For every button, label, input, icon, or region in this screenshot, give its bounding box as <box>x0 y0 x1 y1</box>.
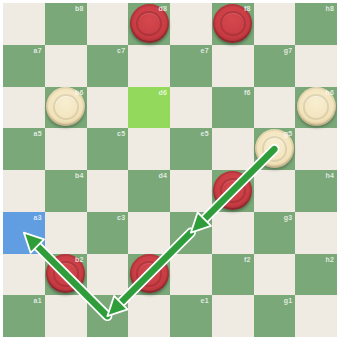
square-e4[interactable] <box>170 170 212 212</box>
square-d8[interactable]: d8 <box>128 3 170 45</box>
square-c4[interactable] <box>87 170 129 212</box>
square-f8[interactable]: f8 <box>212 3 254 45</box>
square-e3[interactable]: e3 <box>170 212 212 254</box>
square-d4[interactable]: d4 <box>128 170 170 212</box>
square-a5[interactable]: a5 <box>3 128 45 170</box>
square-b3[interactable] <box>45 212 87 254</box>
square-e7[interactable]: e7 <box>170 45 212 87</box>
square-a7[interactable]: a7 <box>3 45 45 87</box>
square-coordinate-label: e3 <box>201 214 209 221</box>
square-c3[interactable]: c3 <box>87 212 129 254</box>
square-f6[interactable]: f6 <box>212 87 254 129</box>
square-d3[interactable] <box>128 212 170 254</box>
square-e5[interactable]: e5 <box>170 128 212 170</box>
square-c1[interactable]: c1 <box>87 295 129 337</box>
square-g1[interactable]: g1 <box>254 295 296 337</box>
square-coordinate-label: f2 <box>244 256 251 263</box>
square-g4[interactable] <box>254 170 296 212</box>
square-coordinate-label: d6 <box>158 89 167 96</box>
red-checker-b2[interactable] <box>46 254 85 293</box>
checkers-board: b8d8f8h8a7c7e7g7b6d6f6h6a5c5e5g5b4d4f4h4… <box>3 3 337 337</box>
square-coordinate-label: e5 <box>201 130 209 137</box>
square-h3[interactable] <box>295 212 337 254</box>
square-coordinate-label: a7 <box>34 47 42 54</box>
square-h2[interactable]: h2 <box>295 254 337 296</box>
square-h5[interactable] <box>295 128 337 170</box>
square-c5[interactable]: c5 <box>87 128 129 170</box>
square-coordinate-label: b8 <box>75 5 84 12</box>
white-checker-h6[interactable] <box>297 87 336 126</box>
square-f1[interactable] <box>212 295 254 337</box>
square-e8[interactable] <box>170 3 212 45</box>
square-coordinate-label: h4 <box>325 172 334 179</box>
square-a6[interactable] <box>3 87 45 129</box>
square-b4[interactable]: b4 <box>45 170 87 212</box>
square-coordinate-label: g7 <box>284 47 293 54</box>
square-b7[interactable] <box>45 45 87 87</box>
square-coordinate-label: h2 <box>325 256 334 263</box>
square-a3[interactable]: a3 <box>3 212 45 254</box>
white-checker-g5[interactable] <box>255 129 294 168</box>
square-d1[interactable] <box>128 295 170 337</box>
square-e1[interactable]: e1 <box>170 295 212 337</box>
square-coordinate-label: c5 <box>117 130 125 137</box>
square-e6[interactable] <box>170 87 212 129</box>
square-g5[interactable]: g5 <box>254 128 296 170</box>
square-g7[interactable]: g7 <box>254 45 296 87</box>
square-f7[interactable] <box>212 45 254 87</box>
red-checker-f4[interactable] <box>213 171 252 210</box>
square-h8[interactable]: h8 <box>295 3 337 45</box>
square-g2[interactable] <box>254 254 296 296</box>
square-b2[interactable]: b2 <box>45 254 87 296</box>
red-checker-d8[interactable] <box>130 4 169 43</box>
board-frame: b8d8f8h8a7c7e7g7b6d6f6h6a5c5e5g5b4d4f4h4… <box>0 0 341 341</box>
square-g8[interactable] <box>254 3 296 45</box>
square-h6[interactable]: h6 <box>295 87 337 129</box>
square-b1[interactable] <box>45 295 87 337</box>
square-a2[interactable] <box>3 254 45 296</box>
square-a8[interactable] <box>3 3 45 45</box>
red-checker-f8[interactable] <box>213 4 252 43</box>
square-coordinate-label: b4 <box>75 172 84 179</box>
square-c7[interactable]: c7 <box>87 45 129 87</box>
square-f3[interactable] <box>212 212 254 254</box>
square-coordinate-label: f6 <box>244 89 251 96</box>
square-b5[interactable] <box>45 128 87 170</box>
square-coordinate-label: e1 <box>201 297 209 304</box>
red-checker-d2[interactable] <box>130 254 169 293</box>
square-d7[interactable] <box>128 45 170 87</box>
square-coordinate-label: d4 <box>158 172 167 179</box>
square-d2[interactable]: d2 <box>128 254 170 296</box>
square-coordinate-label: a3 <box>34 214 42 221</box>
square-b6[interactable]: b6 <box>45 87 87 129</box>
square-coordinate-label: g1 <box>284 297 293 304</box>
square-h4[interactable]: h4 <box>295 170 337 212</box>
square-g3[interactable]: g3 <box>254 212 296 254</box>
square-f2[interactable]: f2 <box>212 254 254 296</box>
square-coordinate-label: a5 <box>34 130 42 137</box>
square-d6[interactable]: d6 <box>128 87 170 129</box>
square-e2[interactable] <box>170 254 212 296</box>
square-b8[interactable]: b8 <box>45 3 87 45</box>
square-coordinate-label: c7 <box>117 47 125 54</box>
square-f5[interactable] <box>212 128 254 170</box>
square-h7[interactable] <box>295 45 337 87</box>
square-coordinate-label: e7 <box>201 47 209 54</box>
square-coordinate-label: g3 <box>284 214 293 221</box>
square-a1[interactable]: a1 <box>3 295 45 337</box>
square-c6[interactable] <box>87 87 129 129</box>
square-h1[interactable] <box>295 295 337 337</box>
square-d5[interactable] <box>128 128 170 170</box>
square-g6[interactable] <box>254 87 296 129</box>
square-coordinate-label: h8 <box>325 5 334 12</box>
square-a4[interactable] <box>3 170 45 212</box>
square-c2[interactable] <box>87 254 129 296</box>
white-checker-b6[interactable] <box>46 87 85 126</box>
square-coordinate-label: c3 <box>117 214 125 221</box>
square-c8[interactable] <box>87 3 129 45</box>
square-coordinate-label: c1 <box>117 297 125 304</box>
square-f4[interactable]: f4 <box>212 170 254 212</box>
square-coordinate-label: a1 <box>34 297 42 304</box>
